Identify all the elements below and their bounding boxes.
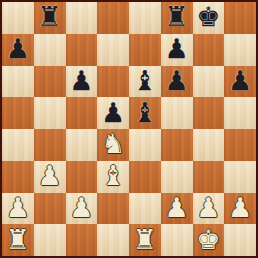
square-g4[interactable] (193, 129, 225, 161)
white-rook-a1[interactable]: ♜ (6, 226, 30, 253)
square-h6[interactable]: ♟ (224, 66, 256, 98)
square-h7[interactable] (224, 34, 256, 66)
square-b2[interactable] (34, 193, 66, 225)
square-c5[interactable] (66, 97, 98, 129)
square-d3[interactable]: ♝ (97, 161, 129, 193)
square-g1[interactable]: ♚ (193, 224, 225, 256)
square-e5[interactable]: ♝ (129, 97, 161, 129)
square-h5[interactable] (224, 97, 256, 129)
square-a4[interactable] (2, 129, 34, 161)
square-b1[interactable] (34, 224, 66, 256)
white-pawn-b3[interactable]: ♟ (38, 162, 62, 189)
square-a1[interactable]: ♜ (2, 224, 34, 256)
white-rook-e1[interactable]: ♜ (133, 226, 157, 253)
square-c7[interactable] (66, 34, 98, 66)
square-e1[interactable]: ♜ (129, 224, 161, 256)
square-d8[interactable] (97, 2, 129, 34)
square-f4[interactable] (161, 129, 193, 161)
black-bishop-e5[interactable]: ♝ (133, 99, 157, 126)
black-pawn-f7[interactable]: ♟ (165, 35, 189, 62)
square-a6[interactable] (2, 66, 34, 98)
square-g8[interactable]: ♚ (193, 2, 225, 34)
square-b7[interactable] (34, 34, 66, 66)
white-pawn-g2[interactable]: ♟ (196, 194, 220, 221)
black-rook-f8[interactable]: ♜ (165, 3, 189, 30)
square-b3[interactable]: ♟ (34, 161, 66, 193)
square-a5[interactable] (2, 97, 34, 129)
square-a2[interactable]: ♟ (2, 193, 34, 225)
black-pawn-d5[interactable]: ♟ (101, 99, 125, 126)
square-a8[interactable] (2, 2, 34, 34)
white-pawn-c2[interactable]: ♟ (69, 194, 93, 221)
square-c6[interactable]: ♟ (66, 66, 98, 98)
black-bishop-e6[interactable]: ♝ (133, 67, 157, 94)
white-bishop-d3[interactable]: ♝ (101, 162, 125, 189)
square-f8[interactable]: ♜ (161, 2, 193, 34)
square-c8[interactable] (66, 2, 98, 34)
square-h3[interactable] (224, 161, 256, 193)
chess-board-frame: ♜♜♚♟♟♟♝♟♟♟♝♞♟♝♟♟♟♟♟♜♜♚ (0, 0, 258, 258)
square-e4[interactable] (129, 129, 161, 161)
square-c4[interactable] (66, 129, 98, 161)
square-h1[interactable] (224, 224, 256, 256)
square-e2[interactable] (129, 193, 161, 225)
black-king-g8[interactable]: ♚ (196, 3, 220, 30)
square-d1[interactable] (97, 224, 129, 256)
square-g6[interactable] (193, 66, 225, 98)
square-e6[interactable]: ♝ (129, 66, 161, 98)
square-b6[interactable] (34, 66, 66, 98)
square-f5[interactable] (161, 97, 193, 129)
square-d7[interactable] (97, 34, 129, 66)
square-a7[interactable]: ♟ (2, 34, 34, 66)
black-pawn-h6[interactable]: ♟ (228, 67, 252, 94)
square-c1[interactable] (66, 224, 98, 256)
square-e3[interactable] (129, 161, 161, 193)
square-d5[interactable]: ♟ (97, 97, 129, 129)
square-f6[interactable]: ♟ (161, 66, 193, 98)
square-g5[interactable] (193, 97, 225, 129)
square-c2[interactable]: ♟ (66, 193, 98, 225)
square-f3[interactable] (161, 161, 193, 193)
black-pawn-f6[interactable]: ♟ (165, 67, 189, 94)
square-e7[interactable] (129, 34, 161, 66)
square-b8[interactable]: ♜ (34, 2, 66, 34)
square-g7[interactable] (193, 34, 225, 66)
square-b4[interactable] (34, 129, 66, 161)
square-h4[interactable] (224, 129, 256, 161)
square-f7[interactable]: ♟ (161, 34, 193, 66)
square-e8[interactable] (129, 2, 161, 34)
white-pawn-f2[interactable]: ♟ (165, 194, 189, 221)
square-h8[interactable] (224, 2, 256, 34)
black-rook-b8[interactable]: ♜ (38, 3, 62, 30)
square-f2[interactable]: ♟ (161, 193, 193, 225)
square-c3[interactable] (66, 161, 98, 193)
black-pawn-a7[interactable]: ♟ (6, 35, 30, 62)
white-knight-d4[interactable]: ♞ (101, 130, 125, 157)
white-pawn-a2[interactable]: ♟ (6, 194, 30, 221)
square-b5[interactable] (34, 97, 66, 129)
black-pawn-c6[interactable]: ♟ (69, 67, 93, 94)
square-h2[interactable]: ♟ (224, 193, 256, 225)
square-f1[interactable] (161, 224, 193, 256)
square-a3[interactable] (2, 161, 34, 193)
chess-board: ♜♜♚♟♟♟♝♟♟♟♝♞♟♝♟♟♟♟♟♜♜♚ (2, 2, 256, 256)
square-d4[interactable]: ♞ (97, 129, 129, 161)
square-g2[interactable]: ♟ (193, 193, 225, 225)
square-g3[interactable] (193, 161, 225, 193)
white-king-g1[interactable]: ♚ (196, 226, 220, 253)
white-pawn-h2[interactable]: ♟ (228, 194, 252, 221)
square-d2[interactable] (97, 193, 129, 225)
square-d6[interactable] (97, 66, 129, 98)
